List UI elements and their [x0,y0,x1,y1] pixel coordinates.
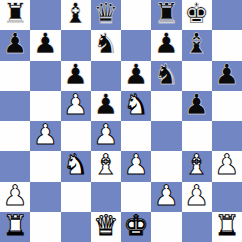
black-rook-f8[interactable]: ♜ [154,0,179,29]
white-pawn-e3[interactable]: ♟ [124,151,149,180]
square-h8[interactable] [212,0,242,30]
square-b6[interactable] [30,61,60,91]
black-bishop-c8[interactable]: ♝ [63,0,88,29]
square-b7[interactable]: ♟ [30,30,60,60]
square-b8[interactable] [30,0,60,30]
square-f4[interactable] [151,121,181,151]
white-pawn-g2[interactable]: ♟ [184,182,209,211]
square-f3[interactable] [151,151,181,181]
square-d1[interactable]: ♛ [91,212,121,242]
square-g8[interactable]: ♚ [182,0,212,30]
chess-board-container: ♜♝♛♜♚♟♟♞♟♝♟♟♞♟♟♟♞♟♟♟♞♝♟♝♟♟♟♟♜♛♚♜ [0,0,242,242]
black-rook-a8[interactable]: ♜ [3,0,28,29]
square-e7[interactable] [121,30,151,60]
square-c6[interactable]: ♟ [61,61,91,91]
square-d7[interactable]: ♞ [91,30,121,60]
square-g5[interactable]: ♟ [182,91,212,121]
square-c5[interactable]: ♟ [61,91,91,121]
square-a8[interactable]: ♜ [0,0,30,30]
square-d2[interactable] [91,182,121,212]
square-h1[interactable]: ♜ [212,212,242,242]
square-c3[interactable]: ♞ [61,151,91,181]
square-g6[interactable] [182,61,212,91]
square-e3[interactable]: ♟ [121,151,151,181]
square-f8[interactable]: ♜ [151,0,181,30]
square-g3[interactable]: ♝ [182,151,212,181]
square-e8[interactable] [121,0,151,30]
square-f1[interactable] [151,212,181,242]
white-bishop-d3[interactable]: ♝ [93,151,118,180]
white-queen-d1[interactable]: ♛ [93,212,118,241]
square-g1[interactable] [182,212,212,242]
square-a2[interactable]: ♟ [0,182,30,212]
chess-board: ♜♝♛♜♚♟♟♞♟♝♟♟♞♟♟♟♞♟♟♟♞♝♟♝♟♟♟♟♜♛♚♜ [0,0,242,242]
square-h2[interactable] [212,182,242,212]
black-pawn-f7[interactable]: ♟ [154,30,179,59]
white-bishop-g3[interactable]: ♝ [184,151,209,180]
white-pawn-c5[interactable]: ♟ [63,91,88,120]
square-h5[interactable] [212,91,242,121]
square-d8[interactable]: ♛ [91,0,121,30]
black-pawn-c6[interactable]: ♟ [63,61,88,90]
square-d5[interactable]: ♟ [91,91,121,121]
square-e1[interactable]: ♚ [121,212,151,242]
white-knight-c3[interactable]: ♞ [63,151,88,180]
square-f6[interactable]: ♞ [151,61,181,91]
square-c4[interactable] [61,121,91,151]
white-pawn-f2[interactable]: ♟ [154,182,179,211]
white-pawn-d4[interactable]: ♟ [93,121,118,150]
square-a7[interactable]: ♟ [0,30,30,60]
black-pawn-d5[interactable]: ♟ [93,91,118,120]
square-d4[interactable]: ♟ [91,121,121,151]
white-pawn-a2[interactable]: ♟ [3,182,28,211]
square-f7[interactable]: ♟ [151,30,181,60]
square-g7[interactable]: ♝ [182,30,212,60]
square-g4[interactable] [182,121,212,151]
white-king-e1[interactable]: ♚ [124,212,149,241]
square-a5[interactable] [0,91,30,121]
square-e4[interactable] [121,121,151,151]
square-b4[interactable]: ♟ [30,121,60,151]
square-d6[interactable] [91,61,121,91]
square-h4[interactable] [212,121,242,151]
square-h7[interactable] [212,30,242,60]
square-e6[interactable]: ♟ [121,61,151,91]
black-pawn-e6[interactable]: ♟ [124,61,149,90]
black-pawn-b7[interactable]: ♟ [33,30,58,59]
square-h3[interactable]: ♟ [212,151,242,181]
square-g2[interactable]: ♟ [182,182,212,212]
square-a4[interactable] [0,121,30,151]
square-d3[interactable]: ♝ [91,151,121,181]
black-knight-f6[interactable]: ♞ [154,61,179,90]
white-knight-e5[interactable]: ♞ [124,91,149,120]
square-e2[interactable] [121,182,151,212]
square-c1[interactable] [61,212,91,242]
square-b5[interactable] [30,91,60,121]
square-e5[interactable]: ♞ [121,91,151,121]
square-h6[interactable]: ♟ [212,61,242,91]
square-c2[interactable] [61,182,91,212]
black-pawn-g5[interactable]: ♟ [184,91,209,120]
black-bishop-g7[interactable]: ♝ [184,30,209,59]
square-c7[interactable] [61,30,91,60]
square-a1[interactable]: ♜ [0,212,30,242]
square-a3[interactable] [0,151,30,181]
black-king-g8[interactable]: ♚ [184,0,209,29]
square-b1[interactable] [30,212,60,242]
square-f2[interactable]: ♟ [151,182,181,212]
square-b2[interactable] [30,182,60,212]
white-rook-a1[interactable]: ♜ [3,212,28,241]
square-c8[interactable]: ♝ [61,0,91,30]
black-pawn-h6[interactable]: ♟ [214,61,239,90]
black-queen-d8[interactable]: ♛ [93,0,118,29]
white-pawn-b4[interactable]: ♟ [33,121,58,150]
white-pawn-h3[interactable]: ♟ [214,151,239,180]
black-pawn-a7[interactable]: ♟ [3,30,28,59]
square-a6[interactable] [0,61,30,91]
white-rook-h1[interactable]: ♜ [214,212,239,241]
square-f5[interactable] [151,91,181,121]
square-b3[interactable] [30,151,60,181]
black-knight-d7[interactable]: ♞ [93,30,118,59]
